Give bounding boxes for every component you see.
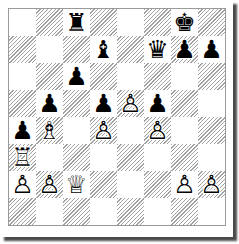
square-h3[interactable] [198, 144, 225, 171]
square-c5[interactable] [63, 90, 90, 117]
square-d6[interactable] [90, 63, 117, 90]
square-d2[interactable] [90, 171, 117, 198]
square-b5[interactable]: ♟ [36, 90, 63, 117]
square-c8[interactable]: ♜ [63, 9, 90, 36]
square-d5[interactable]: ♟ [90, 90, 117, 117]
square-b7[interactable] [36, 36, 63, 63]
square-h2[interactable]: ♙ [198, 171, 225, 198]
white-pawn: ♙ [200, 171, 222, 198]
square-d7[interactable]: ♝ [90, 36, 117, 63]
square-e8[interactable] [117, 9, 144, 36]
white-pawn: ♙ [119, 90, 141, 117]
white-bishop: ♗ [38, 117, 60, 144]
white-pawn: ♙ [11, 171, 33, 198]
square-b1[interactable] [36, 198, 63, 225]
square-f1[interactable] [144, 198, 171, 225]
square-f6[interactable] [144, 63, 171, 90]
square-a1[interactable] [9, 198, 36, 225]
black-pawn: ♟ [92, 90, 114, 117]
black-queen: ♛ [146, 36, 168, 63]
square-c7[interactable] [63, 36, 90, 63]
square-e4[interactable] [117, 117, 144, 144]
black-pawn: ♟ [65, 63, 87, 90]
square-c1[interactable] [63, 198, 90, 225]
square-c4[interactable] [63, 117, 90, 144]
square-f8[interactable] [144, 9, 171, 36]
square-g7[interactable]: ♟ [171, 36, 198, 63]
white-rook: ♖ [11, 144, 33, 171]
square-a8[interactable] [9, 9, 36, 36]
square-d1[interactable] [90, 198, 117, 225]
square-f5[interactable]: ♟ [144, 90, 171, 117]
square-e6[interactable] [117, 63, 144, 90]
square-b6[interactable] [36, 63, 63, 90]
square-e7[interactable] [117, 36, 144, 63]
black-pawn: ♟ [11, 117, 33, 144]
square-a6[interactable] [9, 63, 36, 90]
square-f7[interactable]: ♛ [144, 36, 171, 63]
diagram-card: ♜♚♝♛♟♟♟♟♟♙♟♟♗♙♙♖♙♙♕♙♙ [0, 0, 233, 237]
square-c6[interactable]: ♟ [63, 63, 90, 90]
square-h8[interactable] [198, 9, 225, 36]
square-g3[interactable] [171, 144, 198, 171]
square-h6[interactable] [198, 63, 225, 90]
white-pawn: ♙ [38, 171, 60, 198]
square-d8[interactable] [90, 9, 117, 36]
square-e1[interactable] [117, 198, 144, 225]
square-h5[interactable] [198, 90, 225, 117]
square-f4[interactable]: ♙ [144, 117, 171, 144]
square-a7[interactable] [9, 36, 36, 63]
black-pawn: ♟ [173, 36, 195, 63]
square-f2[interactable] [144, 171, 171, 198]
square-h7[interactable]: ♟ [198, 36, 225, 63]
square-g4[interactable] [171, 117, 198, 144]
white-queen: ♕ [65, 171, 87, 198]
square-e2[interactable] [117, 171, 144, 198]
black-pawn: ♟ [38, 90, 60, 117]
square-a5[interactable] [9, 90, 36, 117]
square-g8[interactable]: ♚ [171, 9, 198, 36]
square-a4[interactable]: ♟ [9, 117, 36, 144]
white-pawn: ♙ [173, 171, 195, 198]
black-pawn: ♟ [200, 36, 222, 63]
chess-diagram-image: ♜♚♝♛♟♟♟♟♟♙♟♟♗♙♙♖♙♙♕♙♙ [0, 0, 239, 244]
square-g6[interactable] [171, 63, 198, 90]
square-c3[interactable] [63, 144, 90, 171]
square-a3[interactable]: ♖ [9, 144, 36, 171]
square-a2[interactable]: ♙ [9, 171, 36, 198]
square-f3[interactable] [144, 144, 171, 171]
square-g1[interactable] [171, 198, 198, 225]
square-e5[interactable]: ♙ [117, 90, 144, 117]
square-b2[interactable]: ♙ [36, 171, 63, 198]
square-b4[interactable]: ♗ [36, 117, 63, 144]
square-c2[interactable]: ♕ [63, 171, 90, 198]
black-king: ♚ [173, 9, 195, 36]
chess-board: ♜♚♝♛♟♟♟♟♟♙♟♟♗♙♙♖♙♙♕♙♙ [8, 8, 226, 226]
square-e3[interactable] [117, 144, 144, 171]
square-g2[interactable]: ♙ [171, 171, 198, 198]
black-rook: ♜ [65, 9, 87, 36]
black-bishop: ♝ [92, 36, 114, 63]
square-b8[interactable] [36, 9, 63, 36]
square-d4[interactable]: ♙ [90, 117, 117, 144]
square-h1[interactable] [198, 198, 225, 225]
white-pawn: ♙ [146, 117, 168, 144]
black-pawn: ♟ [146, 90, 168, 117]
square-g5[interactable] [171, 90, 198, 117]
square-d3[interactable] [90, 144, 117, 171]
white-pawn: ♙ [92, 117, 114, 144]
square-b3[interactable] [36, 144, 63, 171]
square-h4[interactable] [198, 117, 225, 144]
